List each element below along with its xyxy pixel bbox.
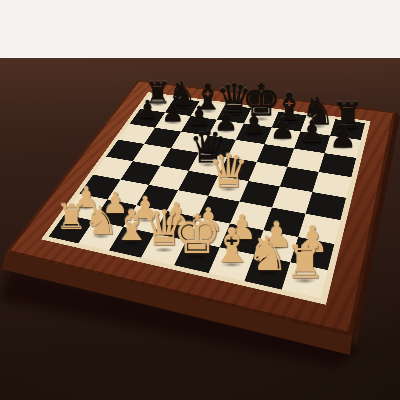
chess-set-photo: ♜♞♝♛♚♝♞♜♟♟♟♟♟♟♟♟♛♛♟♟♟♟♟♟♟♟♜♞♝♛♚♝♞♜ rnbqk… — [0, 0, 400, 400]
